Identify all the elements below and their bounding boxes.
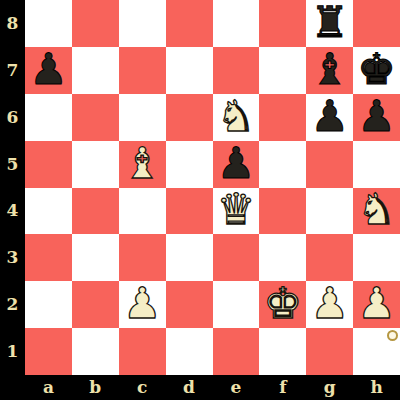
square-g6[interactable]: ♟ [306,94,353,141]
file-labels: abcdefgh [25,375,400,400]
square-h7[interactable]: ♚ [353,47,400,94]
rank-label-8: 8 [0,0,25,47]
square-e5[interactable]: ♟ [213,141,260,188]
square-b4[interactable] [72,188,119,235]
rank-label-5: 5 [0,141,25,188]
square-a1[interactable] [25,328,72,375]
rank-label-2: 2 [0,281,25,328]
square-f8[interactable] [259,0,306,47]
square-f3[interactable] [259,234,306,281]
square-f4[interactable] [259,188,306,235]
square-b6[interactable] [72,94,119,141]
square-g7[interactable]: ♝ [306,47,353,94]
file-label-g: g [306,375,353,400]
square-e8[interactable] [213,0,260,47]
square-b5[interactable] [72,141,119,188]
piece-white-bishop[interactable]: ♝ [123,142,162,185]
chess-app: 87654321 ♜♟♝♚♞♟♟♝♟♛♞♟♚♟♟ abcdefgh [0,0,400,400]
square-d5[interactable] [166,141,213,188]
square-h5[interactable] [353,141,400,188]
square-f5[interactable] [259,141,306,188]
square-c4[interactable] [119,188,166,235]
square-a2[interactable] [25,281,72,328]
square-g1[interactable] [306,328,353,375]
square-d3[interactable] [166,234,213,281]
square-e7[interactable] [213,47,260,94]
file-label-h: h [353,375,400,400]
rank-label-6: 6 [0,94,25,141]
piece-black-bishop[interactable]: ♝ [310,48,349,91]
piece-white-queen[interactable]: ♛ [217,188,256,231]
square-d4[interactable] [166,188,213,235]
square-c8[interactable] [119,0,166,47]
square-c5[interactable]: ♝ [119,141,166,188]
square-c1[interactable] [119,328,166,375]
square-d8[interactable] [166,0,213,47]
square-b3[interactable] [72,234,119,281]
square-d1[interactable] [166,328,213,375]
square-h4[interactable]: ♞ [353,188,400,235]
piece-black-pawn[interactable]: ♟ [357,95,396,138]
square-c7[interactable] [119,47,166,94]
square-h2[interactable]: ♟ [353,281,400,328]
square-b8[interactable] [72,0,119,47]
chess-board[interactable]: ♜♟♝♚♞♟♟♝♟♛♞♟♚♟♟ [25,0,400,375]
square-a7[interactable]: ♟ [25,47,72,94]
square-e4[interactable]: ♛ [213,188,260,235]
square-b2[interactable] [72,281,119,328]
piece-white-pawn[interactable]: ♟ [123,282,162,325]
square-g4[interactable] [306,188,353,235]
piece-white-pawn[interactable]: ♟ [357,282,396,325]
square-a6[interactable] [25,94,72,141]
piece-black-rook[interactable]: ♜ [310,1,349,44]
square-f7[interactable] [259,47,306,94]
square-c2[interactable]: ♟ [119,281,166,328]
square-h6[interactable]: ♟ [353,94,400,141]
file-label-f: f [259,375,306,400]
square-c6[interactable] [119,94,166,141]
file-label-d: d [166,375,213,400]
square-e2[interactable] [213,281,260,328]
square-d6[interactable] [166,94,213,141]
rank-label-4: 4 [0,188,25,235]
file-label-a: a [25,375,72,400]
piece-black-king[interactable]: ♚ [357,48,396,91]
square-a4[interactable] [25,188,72,235]
square-a5[interactable] [25,141,72,188]
rank-label-1: 1 [0,328,25,375]
square-f2[interactable]: ♚ [259,281,306,328]
file-label-c: c [119,375,166,400]
rank-label-7: 7 [0,47,25,94]
square-a3[interactable] [25,234,72,281]
square-h3[interactable] [353,234,400,281]
square-b7[interactable] [72,47,119,94]
square-f6[interactable] [259,94,306,141]
square-b1[interactable] [72,328,119,375]
square-d2[interactable] [166,281,213,328]
square-e1[interactable] [213,328,260,375]
square-h8[interactable] [353,0,400,47]
square-g2[interactable]: ♟ [306,281,353,328]
piece-black-pawn[interactable]: ♟ [310,95,349,138]
square-f1[interactable] [259,328,306,375]
piece-white-pawn[interactable]: ♟ [310,282,349,325]
square-g3[interactable] [306,234,353,281]
marker-dot [387,330,398,341]
piece-black-pawn[interactable]: ♟ [29,48,68,91]
square-g8[interactable]: ♜ [306,0,353,47]
piece-white-knight[interactable]: ♞ [217,95,256,138]
square-c3[interactable] [119,234,166,281]
square-d7[interactable] [166,47,213,94]
file-label-e: e [213,375,260,400]
rank-label-3: 3 [0,234,25,281]
piece-black-pawn[interactable]: ♟ [217,142,256,185]
square-g5[interactable] [306,141,353,188]
rank-labels: 87654321 [0,0,25,375]
piece-white-king[interactable]: ♚ [264,282,303,325]
square-e6[interactable]: ♞ [213,94,260,141]
square-a8[interactable] [25,0,72,47]
square-e3[interactable] [213,234,260,281]
piece-white-knight[interactable]: ♞ [357,188,396,231]
file-label-b: b [72,375,119,400]
